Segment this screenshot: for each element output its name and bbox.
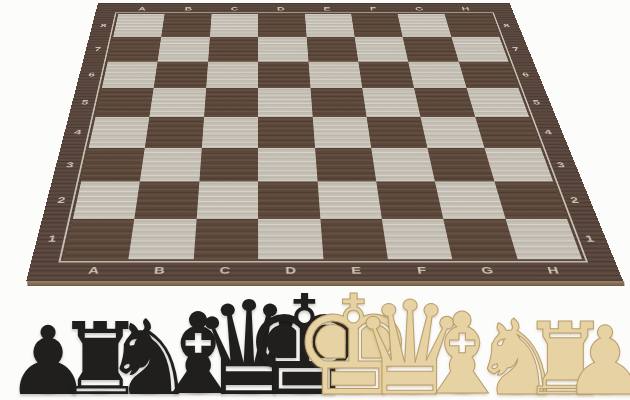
square-e6 [308,62,362,88]
square-g5 [414,88,475,117]
square-d1 [258,219,323,260]
white-pawn-piece: ♟ [562,314,630,400]
rank-labels-left: 87654321 [32,14,119,259]
square-e3 [315,148,377,182]
file-label-C: C [211,3,258,14]
square-b3 [140,148,201,182]
square-g8 [398,14,451,37]
square-h4 [475,117,541,148]
square-e2 [317,182,382,219]
square-f4 [366,117,427,148]
rank-label-1: 1 [567,219,614,260]
square-g4 [421,117,484,148]
square-c4 [202,117,258,148]
rank-label-4: 4 [529,117,569,148]
square-g3 [428,148,495,182]
file-label-B: B [165,3,212,14]
square-g1 [443,219,517,260]
rank-label-6: 6 [76,62,108,88]
board-squares [64,14,582,259]
file-label-E: E [304,3,351,14]
square-f5 [362,88,420,117]
square-c3 [199,148,258,182]
square-b1 [129,219,197,260]
product-photo-scene: ABCDEFGH ABCDEFGH 87654321 87654321 ♟♜♞♝… [0,0,630,400]
square-d7 [258,37,308,62]
square-d3 [258,148,317,182]
square-a8 [113,14,165,37]
square-e4 [312,117,371,148]
rank-label-8: 8 [89,14,118,37]
square-c1 [193,219,258,260]
rank-label-8: 8 [491,14,523,37]
square-h3 [484,148,553,182]
square-h5 [466,88,529,117]
square-a4 [89,117,150,148]
rank-label-7: 7 [83,37,113,62]
rank-label-6: 6 [509,62,545,88]
square-b6 [154,62,208,88]
square-c8 [210,14,258,37]
rank-label-3: 3 [52,148,89,182]
square-h6 [458,62,518,88]
square-f2 [376,182,443,219]
rank-label-5: 5 [518,88,556,117]
square-g6 [408,62,466,88]
square-f6 [358,62,414,88]
square-e8 [305,14,355,37]
square-h2 [494,182,567,219]
square-f8 [351,14,403,37]
rank-label-1: 1 [32,219,73,260]
square-b7 [158,37,210,62]
square-a3 [81,148,145,182]
square-a2 [73,182,140,219]
square-d6 [258,62,310,88]
square-h7 [451,37,508,62]
square-c7 [208,37,258,62]
square-f1 [382,219,453,260]
square-a6 [102,62,158,88]
square-e7 [306,37,358,62]
square-b2 [135,182,199,219]
square-a7 [108,37,162,62]
rank-label-4: 4 [61,117,96,148]
chess-board: ABCDEFGH ABCDEFGH 87654321 87654321 [26,3,623,281]
file-label-F: F [350,3,398,14]
square-b4 [145,117,204,148]
file-label-H: H [441,3,491,14]
square-h1 [505,219,582,260]
square-b8 [161,14,211,37]
square-f7 [355,37,409,62]
file-label-A: A [59,259,129,281]
square-e1 [320,219,388,260]
file-label-A: A [118,3,166,14]
square-b5 [150,88,206,117]
square-d5 [258,88,312,117]
file-labels-top: ABCDEFGH [118,3,491,14]
rank-label-2: 2 [553,182,597,219]
square-e5 [310,88,366,117]
square-a1 [64,219,135,260]
square-d8 [258,14,306,37]
rank-labels-right: 87654321 [491,14,614,259]
file-label-B: B [126,259,194,281]
square-f3 [371,148,435,182]
square-c6 [206,62,258,88]
rank-label-5: 5 [69,88,102,117]
rank-label-3: 3 [541,148,583,182]
rank-label-7: 7 [499,37,533,62]
square-a5 [96,88,154,117]
square-c2 [196,182,258,219]
file-label-G: G [395,3,444,14]
square-g7 [403,37,459,62]
square-c5 [204,88,258,117]
frame-inner-outline [58,12,588,262]
file-label-H: H [517,259,590,281]
square-d2 [258,182,320,219]
square-g2 [435,182,505,219]
rank-label-2: 2 [42,182,81,219]
file-label-D: D [258,3,305,14]
square-h8 [444,14,499,37]
square-d4 [258,117,315,148]
